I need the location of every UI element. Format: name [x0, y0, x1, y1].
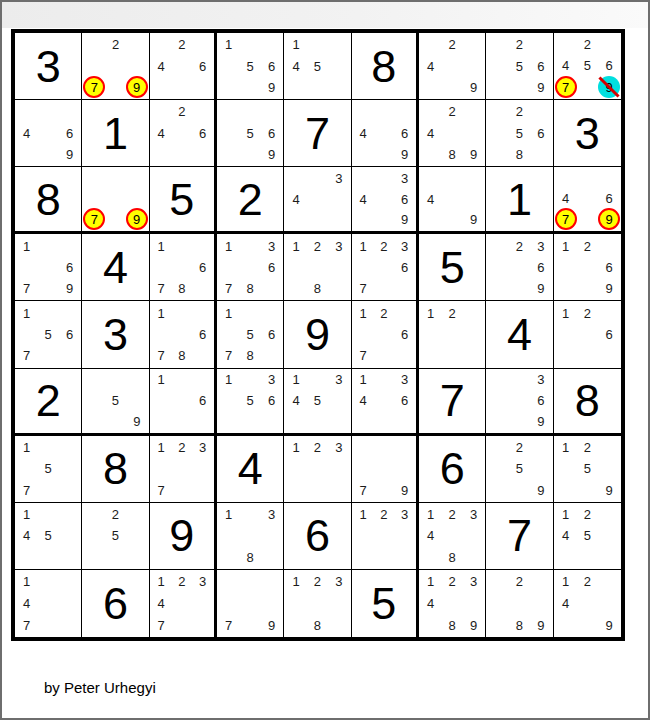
cell-r1c9[interactable]: 245679 [554, 33, 621, 100]
cell-r4c3[interactable]: 1678 [150, 234, 217, 301]
candidate-slot-1: 1 [285, 370, 306, 391]
candidate-4: 4 [562, 596, 569, 611]
candidate-slot-4: 4 [16, 525, 37, 546]
cell-value: 5 [352, 570, 416, 637]
candidate-slot-1 [151, 34, 172, 55]
candidate-9: 9 [401, 483, 408, 498]
cell-r3c5[interactable]: 34 [284, 167, 351, 234]
cell-r9c3[interactable]: 12347 [150, 570, 217, 637]
cell-r8c9[interactable]: 1245 [554, 503, 621, 570]
cell-r1c1[interactable]: 3 [15, 33, 82, 100]
cell-r4c8[interactable]: 2369 [486, 234, 553, 301]
candidate-slot-5 [239, 593, 260, 615]
candidate-slot-2 [37, 235, 58, 256]
candidate-3: 3 [268, 372, 275, 387]
candidate-slot-5: 5 [307, 55, 328, 76]
candidate-8: 8 [314, 618, 321, 633]
candidate-slot-5 [441, 593, 462, 615]
cell-r5c3[interactable]: 1678 [150, 301, 217, 368]
candidate-slot-7 [555, 479, 577, 500]
candidate-slot-7 [218, 411, 239, 432]
candidate-1: 1 [157, 574, 164, 589]
candidate-slot-9 [192, 479, 213, 500]
candidate-2: 2 [516, 104, 523, 119]
candidate-slot-7 [353, 144, 374, 165]
cell-r3c8[interactable]: 1 [486, 167, 553, 234]
cell-r4c5[interactable]: 1238 [284, 234, 351, 301]
candidate-slot-5 [441, 122, 462, 143]
candidate-slot-1: 1 [353, 504, 374, 525]
candidate-slot-1 [353, 101, 374, 122]
candidate-1: 1 [359, 306, 366, 321]
candidate-slot-8 [171, 614, 192, 636]
cell-r1c3[interactable]: 246 [150, 33, 217, 100]
cell-r4c6[interactable]: 12367 [352, 234, 419, 301]
cell-r2c4[interactable]: 569 [217, 100, 284, 167]
candidate-slot-3 [126, 504, 147, 525]
candidate-slot-9 [59, 345, 80, 366]
candidate-slot-1: 1 [218, 302, 239, 323]
candidate-6: 6 [401, 192, 408, 207]
author-caption: by Peter Urhegyi [44, 679, 156, 696]
candidate-slot-7 [487, 77, 508, 98]
cell-r9c9[interactable]: 1249 [554, 570, 621, 637]
candidate-slot-6: 6 [192, 55, 213, 76]
cell-value: 3 [15, 33, 81, 99]
cell-r1c5[interactable]: 145 [284, 33, 351, 100]
candidate-slot-4: 4 [555, 188, 577, 208]
cell-value: 9 [284, 301, 350, 367]
candidate-grid: 12347 [151, 571, 213, 636]
cell-r3c3[interactable]: 5 [150, 167, 217, 234]
candidate-grid: 3469 [353, 168, 415, 230]
candidate-grid: 246 [151, 34, 213, 98]
candidate-7-highlight-yellow: 7 [83, 208, 105, 230]
candidate-slot-6 [530, 458, 551, 479]
candidate-slot-3: 3 [261, 235, 282, 256]
candidate-slot-1: 1 [420, 571, 441, 593]
candidate-slot-7 [16, 144, 37, 165]
cell-r2c3[interactable]: 246 [150, 100, 217, 167]
cell-r8c5[interactable]: 6 [284, 503, 351, 570]
cell-r6c4[interactable]: 1356 [217, 369, 284, 436]
candidate-slot-5 [373, 257, 394, 278]
candidate-4: 4 [427, 59, 434, 74]
candidate-slot-4 [16, 324, 37, 345]
cell-r7c1[interactable]: 157 [15, 436, 82, 503]
candidate-slot-1: 1 [285, 34, 306, 55]
candidate-slot-2 [373, 437, 394, 458]
candidate-5: 5 [584, 58, 591, 73]
cell-r9c2[interactable]: 6 [82, 570, 149, 637]
cell-r3c6[interactable]: 3469 [352, 167, 419, 234]
candidate-2: 2 [314, 239, 321, 254]
candidate-slot-8 [37, 345, 58, 366]
cell-r9c4[interactable]: 79 [217, 570, 284, 637]
cell-r4c7[interactable]: 5 [419, 234, 486, 301]
candidate-slot-9: 9 [530, 479, 551, 500]
candidate-slot-1: 1 [353, 370, 374, 391]
cell-r6c6[interactable]: 1346 [352, 369, 419, 436]
cell-r7c4[interactable]: 4 [217, 436, 284, 503]
cell-r1c2[interactable]: 279 [82, 33, 149, 100]
candidate-1: 1 [427, 574, 434, 589]
candidate-slot-2: 2 [509, 437, 530, 458]
candidate-4: 4 [157, 59, 164, 74]
candidate-7-highlight-yellow: 7 [555, 208, 577, 230]
candidate-6: 6 [537, 260, 544, 275]
cell-r8c7[interactable]: 12348 [419, 503, 486, 570]
candidate-6: 6 [537, 59, 544, 74]
cell-r3c7[interactable]: 49 [419, 167, 486, 234]
cell-r6c5[interactable]: 1345 [284, 369, 351, 436]
cell-value: 6 [284, 503, 350, 569]
cell-r6c2[interactable]: 59 [82, 369, 149, 436]
candidate-grid: 34 [285, 168, 349, 230]
candidate-slot-3 [261, 34, 282, 55]
candidate-slot-5 [509, 257, 530, 278]
cell-r5c2[interactable]: 3 [82, 301, 149, 368]
cell-r7c9[interactable]: 1259 [554, 436, 621, 503]
candidate-slot-2: 2 [171, 101, 192, 122]
candidate-slot-4: 4 [353, 189, 374, 210]
candidate-slot-5: 5 [577, 55, 598, 76]
candidate-slot-8 [373, 210, 394, 231]
candidate-slot-3: 3 [192, 571, 213, 593]
cell-r8c4[interactable]: 138 [217, 503, 284, 570]
candidate-slot-2 [171, 370, 192, 391]
candidate-3: 3 [470, 574, 477, 589]
candidate-slot-8 [239, 144, 260, 165]
candidate-5: 5 [584, 528, 591, 543]
cell-r4c4[interactable]: 13678 [217, 234, 284, 301]
candidate-3: 3 [268, 239, 275, 254]
candidate-4: 4 [562, 528, 569, 543]
candidate-slot-6: 6 [598, 55, 620, 76]
cell-value: 7 [486, 503, 552, 569]
candidate-slot-4 [218, 525, 239, 546]
candidate-slot-6 [463, 324, 484, 345]
candidate-slot-2: 2 [576, 235, 598, 256]
candidate-grid: 2369 [487, 235, 551, 299]
candidate-slot-8 [441, 345, 462, 366]
cell-r5c4[interactable]: 15678 [217, 301, 284, 368]
cell-r8c2[interactable]: 25 [82, 503, 149, 570]
candidate-grid: 79 [83, 168, 147, 230]
top-strip [2, 2, 648, 28]
candidate-slot-4 [285, 257, 306, 278]
candidate-slot-2 [37, 437, 58, 458]
cell-r4c1[interactable]: 1679 [15, 234, 82, 301]
candidate-slot-9 [126, 547, 147, 568]
candidate-2: 2 [178, 37, 185, 52]
candidate-7-highlight-yellow: 7 [83, 76, 105, 98]
candidate-slot-7 [353, 547, 374, 568]
candidate-slot-9: 9 [126, 208, 148, 230]
cell-value: 4 [486, 301, 552, 367]
candidate-6: 6 [401, 327, 408, 342]
candidate-slot-1 [218, 571, 239, 593]
cell-r5c1[interactable]: 1567 [15, 301, 82, 368]
candidate-slot-9 [394, 411, 415, 432]
candidate-slot-2 [577, 168, 598, 188]
candidate-4: 4 [562, 58, 569, 73]
candidate-5: 5 [516, 461, 523, 476]
candidate-slot-6 [126, 188, 148, 208]
cell-r5c9[interactable]: 126 [554, 301, 621, 368]
candidate-slot-6 [530, 593, 551, 615]
candidate-8: 8 [178, 281, 185, 296]
candidate-9: 9 [470, 212, 477, 227]
cell-r3c1[interactable]: 8 [15, 167, 82, 234]
cell-r7c3[interactable]: 1237 [150, 436, 217, 503]
cell-r9c6[interactable]: 5 [352, 570, 419, 637]
candidate-slot-3 [463, 101, 484, 122]
candidate-slot-4: 4 [151, 593, 172, 615]
candidate-9: 9 [470, 80, 477, 95]
candidate-6: 6 [199, 126, 206, 141]
candidate-slot-2 [307, 34, 328, 55]
cell-r2c5[interactable]: 7 [284, 100, 351, 167]
candidate-slot-1 [151, 101, 172, 122]
candidate-slot-2: 2 [373, 302, 394, 323]
cell-r6c7[interactable]: 7 [419, 369, 486, 436]
cell-r8c6[interactable]: 123 [352, 503, 419, 570]
candidate-slot-3 [530, 571, 551, 593]
candidate-slot-2: 2 [576, 302, 598, 323]
candidate-slot-3 [192, 370, 213, 391]
candidate-slot-2 [373, 101, 394, 122]
candidate-slot-2 [509, 370, 530, 391]
candidate-slot-7 [83, 547, 104, 568]
cell-r9c8[interactable]: 289 [486, 570, 553, 637]
candidate-slot-1: 1 [218, 34, 239, 55]
candidate-slot-1: 1 [218, 235, 239, 256]
candidate-5: 5 [584, 461, 591, 476]
cell-r5c7[interactable]: 12 [419, 301, 486, 368]
candidate-slot-1: 1 [555, 302, 577, 323]
candidate-slot-2 [239, 370, 260, 391]
candidate-slot-8 [171, 77, 192, 98]
cell-r1c4[interactable]: 1569 [217, 33, 284, 100]
candidate-slot-8: 8 [441, 614, 462, 636]
candidate-slot-9: 9 [394, 479, 415, 500]
cell-r8c8[interactable]: 7 [486, 503, 553, 570]
candidate-slot-4: 4 [420, 525, 441, 546]
candidate-slot-5 [373, 122, 394, 143]
candidate-slot-3 [394, 101, 415, 122]
candidate-slot-9 [192, 144, 213, 165]
candidate-slot-4 [218, 55, 239, 76]
candidate-slot-3 [59, 302, 80, 323]
cell-r6c1[interactable]: 2 [15, 369, 82, 436]
candidate-slot-4: 4 [420, 189, 441, 210]
candidate-slot-9 [261, 411, 282, 432]
candidate-slot-7 [218, 77, 239, 98]
candidate-slot-6: 6 [530, 390, 551, 411]
candidate-slot-6 [328, 458, 349, 479]
candidate-2: 2 [516, 239, 523, 254]
cell-r9c1[interactable]: 147 [15, 570, 82, 637]
cell-r9c7[interactable]: 123489 [419, 570, 486, 637]
cell-r6c3[interactable]: 16 [150, 369, 217, 436]
cell-r3c4[interactable]: 2 [217, 167, 284, 234]
candidate-slot-6: 6 [192, 390, 213, 411]
candidate-grid: 1269 [555, 235, 620, 299]
candidate-slot-9: 9 [126, 76, 148, 98]
candidate-slot-1: 1 [151, 235, 172, 256]
cell-value: 1 [82, 100, 148, 166]
candidate-4: 4 [23, 596, 30, 611]
candidate-8: 8 [247, 281, 254, 296]
candidate-slot-1 [83, 34, 105, 55]
candidate-slot-1: 1 [16, 571, 37, 593]
candidate-slot-8: 8 [509, 614, 530, 636]
candidate-slot-3 [394, 437, 415, 458]
candidate-slot-8 [577, 76, 598, 98]
cell-r2c7[interactable]: 2489 [419, 100, 486, 167]
candidate-slot-2 [37, 504, 58, 525]
puzzle-page: 3279246156914582492569245679469124656974… [0, 0, 650, 720]
candidate-grid: 259 [487, 437, 551, 501]
candidate-slot-3 [530, 34, 551, 55]
candidate-slot-2 [239, 101, 260, 122]
candidate-slot-6 [463, 593, 484, 615]
cell-r4c9[interactable]: 1269 [554, 234, 621, 301]
candidate-2: 2 [380, 306, 387, 321]
candidate-slot-2: 2 [509, 235, 530, 256]
cell-r8c1[interactable]: 145 [15, 503, 82, 570]
candidate-slot-6: 6 [261, 257, 282, 278]
candidate-5: 5 [112, 528, 119, 543]
candidate-slot-1: 1 [16, 504, 37, 525]
candidate-2: 2 [380, 507, 387, 522]
candidate-slot-6 [59, 458, 80, 479]
cell-r2c2[interactable]: 1 [82, 100, 149, 167]
candidate-slot-4 [218, 257, 239, 278]
candidate-9: 9 [537, 281, 544, 296]
cell-r7c8[interactable]: 259 [486, 436, 553, 503]
candidate-slot-4 [151, 324, 172, 345]
candidate-slot-7 [353, 210, 374, 231]
candidate-slot-8 [105, 547, 126, 568]
candidate-slot-8 [171, 411, 192, 432]
candidate-grid: 1259 [555, 437, 620, 501]
candidate-slot-7 [353, 411, 374, 432]
candidate-2: 2 [584, 306, 591, 321]
candidate-slot-6 [59, 593, 80, 615]
candidate-grid: 123 [285, 437, 349, 501]
candidate-slot-7: 7 [555, 208, 577, 230]
candidate-slot-8 [576, 278, 598, 299]
candidate-slot-3 [192, 235, 213, 256]
cell-value: 3 [554, 100, 621, 166]
candidate-grid: 12367 [353, 235, 415, 299]
cell-r5c8[interactable]: 4 [486, 301, 553, 368]
candidate-slot-4: 4 [16, 122, 37, 143]
cell-r2c6[interactable]: 469 [352, 100, 419, 167]
candidate-slot-8 [441, 77, 462, 98]
candidate-slot-4: 4 [555, 525, 577, 546]
candidate-grid: 249 [420, 34, 484, 98]
cell-r3c2[interactable]: 79 [82, 167, 149, 234]
candidate-slot-9: 9 [598, 479, 620, 500]
cell-r5c5[interactable]: 9 [284, 301, 351, 368]
cell-r1c7[interactable]: 249 [419, 33, 486, 100]
cell-r2c9[interactable]: 3 [554, 100, 621, 167]
cell-r1c6[interactable]: 8 [352, 33, 419, 100]
candidate-6: 6 [268, 327, 275, 342]
candidate-slot-3 [328, 34, 349, 55]
candidate-5: 5 [516, 59, 523, 74]
cell-r7c7[interactable]: 6 [419, 436, 486, 503]
cell-r3c9[interactable]: 4679 [554, 167, 621, 234]
candidate-slot-6 [463, 122, 484, 143]
candidate-6: 6 [199, 260, 206, 275]
candidate-6: 6 [268, 393, 275, 408]
candidate-grid: 1569 [218, 34, 282, 98]
cell-r1c8[interactable]: 2569 [486, 33, 553, 100]
candidate-grid: 49 [420, 168, 484, 230]
candidate-slot-5: 5 [239, 55, 260, 76]
candidate-slot-2 [105, 168, 125, 188]
candidate-slot-2: 2 [307, 437, 328, 458]
cell-r4c2[interactable]: 4 [82, 234, 149, 301]
cell-r5c6[interactable]: 1267 [352, 301, 419, 368]
candidate-slot-6 [261, 525, 282, 546]
candidate-slot-9 [328, 411, 349, 432]
candidate-slot-2: 2 [509, 571, 530, 593]
candidate-slot-9 [598, 547, 620, 568]
candidate-9: 9 [401, 212, 408, 227]
candidate-3: 3 [537, 239, 544, 254]
candidate-9: 9 [605, 618, 612, 633]
cell-r7c6[interactable]: 79 [352, 436, 419, 503]
candidate-slot-7 [218, 547, 239, 568]
candidate-slot-7 [285, 210, 306, 231]
candidate-slot-3: 3 [328, 168, 349, 189]
candidate-slot-9: 9 [59, 278, 80, 299]
candidate-slot-5 [307, 257, 328, 278]
candidate-slot-7: 7 [353, 278, 374, 299]
candidate-slot-8 [307, 411, 328, 432]
candidate-slot-8 [307, 479, 328, 500]
cell-r7c5[interactable]: 123 [284, 436, 351, 503]
candidate-slot-1 [285, 168, 306, 189]
candidate-1: 1 [292, 440, 299, 455]
candidate-slot-7 [285, 479, 306, 500]
candidate-slot-8 [576, 345, 598, 366]
candidate-9-highlight-yellow: 9 [126, 76, 148, 98]
candidate-slot-6 [463, 525, 484, 546]
candidate-7: 7 [23, 483, 30, 498]
candidate-slot-3: 3 [328, 370, 349, 391]
candidate-5: 5 [314, 393, 321, 408]
candidate-slot-4 [218, 390, 239, 411]
candidate-7: 7 [157, 483, 164, 498]
cell-r8c3[interactable]: 9 [150, 503, 217, 570]
candidate-slot-4 [555, 257, 577, 278]
cell-r2c1[interactable]: 469 [15, 100, 82, 167]
cell-r6c8[interactable]: 369 [486, 369, 553, 436]
candidate-5: 5 [247, 126, 254, 141]
cell-r2c8[interactable]: 2568 [486, 100, 553, 167]
candidate-slot-6: 6 [530, 122, 551, 143]
candidate-slot-1: 1 [555, 437, 577, 458]
cell-r9c5[interactable]: 1238 [284, 570, 351, 637]
cell-r7c2[interactable]: 8 [82, 436, 149, 503]
cell-r6c9[interactable]: 8 [554, 369, 621, 436]
